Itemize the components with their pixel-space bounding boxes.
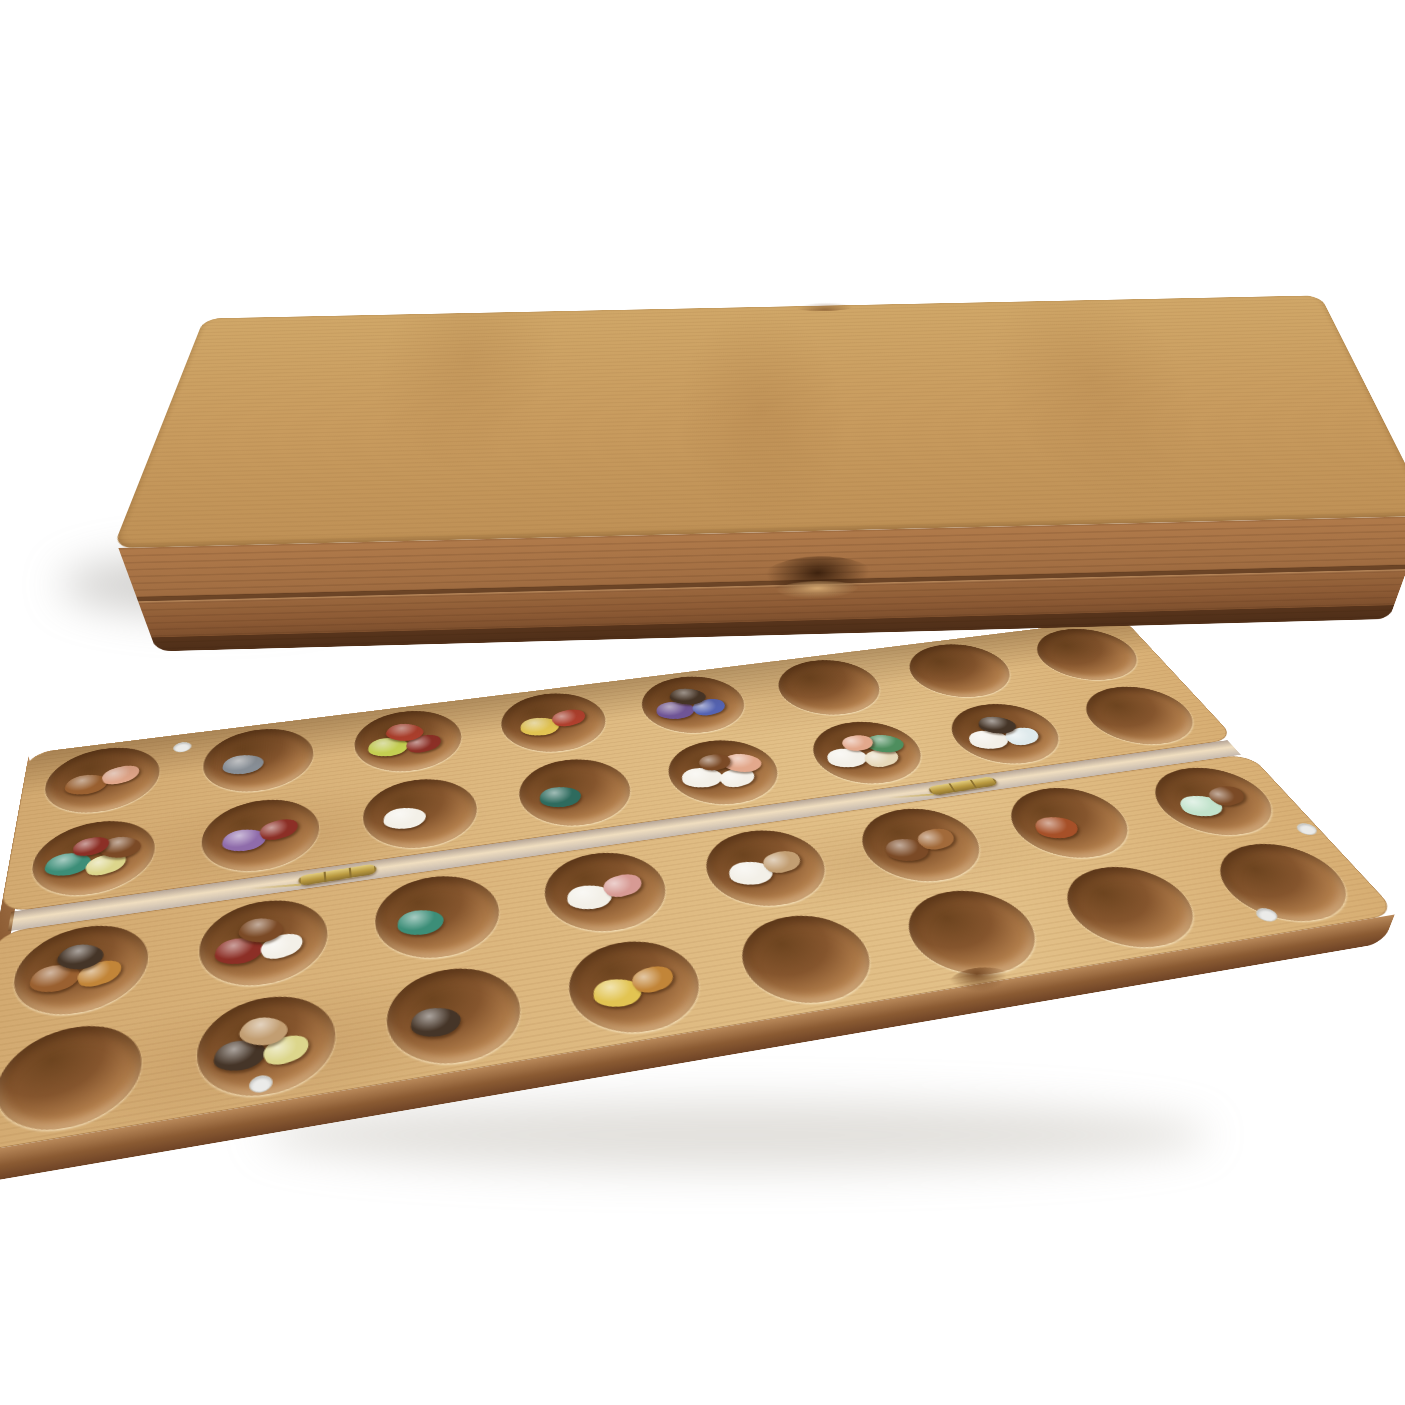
salmon-gemstone: [99, 762, 143, 787]
dark-gemstone: [410, 1007, 462, 1037]
dark-gemstone: [52, 942, 110, 972]
white-gemstone: [681, 768, 723, 788]
corner-magnet-4: [249, 1074, 273, 1095]
open-mancala-board: [0, 618, 1399, 1155]
white-gemstone: [825, 748, 869, 768]
pit-r2c8[interactable]: [1069, 681, 1212, 750]
pit-r3c2[interactable]: [198, 893, 330, 994]
pit-r3c5[interactable]: [694, 824, 840, 914]
pit-r1c3[interactable]: [352, 705, 468, 777]
grey-gemstone: [220, 755, 266, 775]
white-gemstone: [382, 807, 427, 829]
pit-r4c5[interactable]: [729, 908, 888, 1012]
pit-r1c6[interactable]: [767, 655, 894, 720]
darkred-gemstone: [212, 938, 265, 965]
darkteal-gemstone: [539, 787, 580, 808]
tan-gemstone: [757, 847, 807, 877]
brass-hinge-1: [298, 863, 377, 886]
pit-r1c2[interactable]: [202, 723, 315, 798]
pit-r4c6[interactable]: [891, 883, 1055, 983]
closed-box-top-face: [113, 295, 1405, 548]
pit-r2c5[interactable]: [658, 734, 791, 810]
pit-r4c8[interactable]: [1198, 837, 1370, 929]
pit-r3c8[interactable]: [1136, 762, 1293, 842]
corner-magnet-2: [1293, 822, 1321, 836]
pit-r4c2[interactable]: [196, 988, 339, 1106]
white-gemstone: [728, 861, 775, 885]
pit-r3c4[interactable]: [536, 846, 677, 940]
board-face: [0, 618, 1399, 1155]
amber-gemstone: [74, 956, 126, 991]
dark-gemstone: [211, 1040, 269, 1072]
box-bottom-edge: [152, 605, 1395, 651]
pit-r3c7[interactable]: [994, 782, 1148, 865]
closed-box: [113, 295, 1405, 548]
yellow-gemstone: [593, 979, 642, 1008]
brown-gemstone: [233, 916, 288, 944]
darkred-gemstone: [72, 834, 110, 858]
pit-r2c1[interactable]: [27, 814, 157, 903]
brown-gemstone: [883, 838, 932, 861]
amethyst-gemstone: [219, 829, 268, 852]
teal-gemstone: [41, 853, 94, 877]
pit-r1c7[interactable]: [896, 639, 1026, 702]
darkred-gemstone: [255, 816, 302, 844]
product-photo-scene: [0, 0, 1405, 1405]
pit-r1c1[interactable]: [41, 742, 162, 819]
rose-gemstone: [597, 870, 647, 901]
pit-r2c7[interactable]: [937, 699, 1077, 770]
pit-r4c7[interactable]: [1048, 860, 1216, 956]
pit-r2c6[interactable]: [800, 716, 936, 790]
teal-gemstone: [397, 910, 445, 936]
pit-r4c1[interactable]: [0, 1017, 145, 1141]
corner-magnet-3: [1252, 907, 1281, 923]
pit-r4c3[interactable]: [382, 960, 529, 1073]
pit-r3c1[interactable]: [8, 918, 151, 1024]
pit-r1c8[interactable]: [1021, 624, 1153, 685]
pit-r4c4[interactable]: [559, 933, 712, 1041]
tan-gemstone: [234, 1015, 293, 1048]
paleyellow-gemstone: [83, 849, 131, 879]
pit-r1c5[interactable]: [633, 671, 756, 738]
pit-r3c6[interactable]: [847, 802, 997, 889]
copper-gemstone: [911, 825, 960, 853]
white-gemstone: [567, 885, 612, 910]
pit-r3c3[interactable]: [371, 869, 507, 966]
pit-r1c4[interactable]: [495, 688, 615, 758]
pit-r2c4[interactable]: [512, 753, 641, 832]
thumb-notch-icon: [759, 555, 877, 604]
paleyellow-gemstone: [258, 1030, 314, 1069]
white-gemstone: [256, 929, 307, 963]
pit-r2c2[interactable]: [201, 793, 322, 878]
brown-gemstone: [94, 835, 147, 860]
tiger-gemstone: [26, 964, 84, 992]
amber-gemstone: [626, 962, 680, 998]
box-back-notch: [795, 302, 855, 312]
pit-r2c3[interactable]: [360, 773, 484, 855]
carnelian-gemstone: [1032, 817, 1082, 839]
